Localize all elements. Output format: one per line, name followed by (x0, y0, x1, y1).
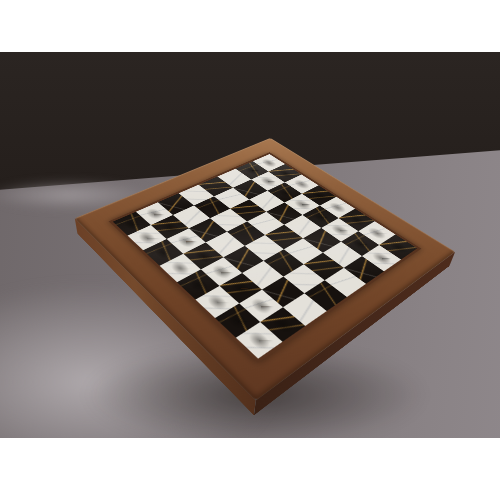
letterbox-band-bottom (0, 438, 500, 500)
chess-board-frame: ♜♞♝♛♚♝♞♜♟♟♟♟♟♟♟♟♟♟♟♟♟♟♟♟♜♞♝♛♚♝♞♜ (75, 138, 455, 400)
square-h5 (325, 268, 366, 297)
perspective-scene: ♜♞♝♛♚♝♞♜♟♟♟♟♟♟♟♟♟♟♟♟♟♟♟♟♜♞♝♛♚♝♞♜ (0, 0, 500, 500)
square-f5 (284, 238, 323, 264)
letterbox-band-top (0, 0, 500, 52)
white-rook-glyph: ♜ (222, 307, 295, 344)
square-g5 (304, 253, 344, 281)
photo-stage: ♜♞♝♛♚♝♞♜♟♟♟♟♟♟♟♟♟♟♟♟♟♟♟♟♜♞♝♛♚♝♞♜ (0, 0, 500, 500)
